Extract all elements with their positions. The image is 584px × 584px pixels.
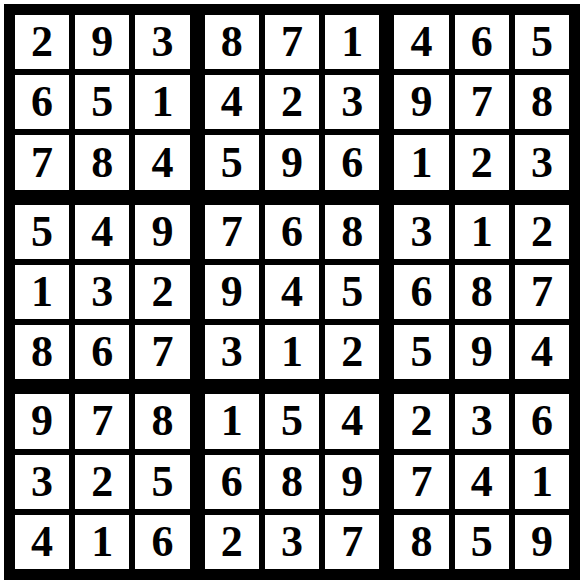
cell-r6c2[interactable]: 6 (75, 325, 129, 379)
cell-value: 1 (91, 520, 113, 564)
cell-value: 5 (471, 520, 493, 564)
cell-value: 6 (471, 20, 493, 64)
cell-value: 1 (221, 399, 243, 443)
cell-value: 8 (410, 520, 432, 564)
cell-r4c4[interactable]: 7 (205, 205, 259, 259)
cell-r7c2[interactable]: 7 (75, 394, 129, 448)
cell-r9c2[interactable]: 1 (75, 515, 129, 569)
cell-value: 8 (152, 399, 174, 443)
cell-r1c7[interactable]: 4 (394, 15, 448, 69)
box-separator-horizontal (15, 385, 569, 388)
cell-value: 3 (471, 399, 493, 443)
cell-r9c5[interactable]: 3 (265, 515, 319, 569)
cell-r8c7[interactable]: 7 (394, 455, 448, 509)
cell-value: 5 (531, 20, 553, 64)
cell-value: 6 (281, 210, 303, 254)
cell-value: 6 (152, 520, 174, 564)
cell-r3c3[interactable]: 4 (135, 135, 189, 189)
box-separator-vertical (385, 75, 388, 129)
cell-value: 2 (531, 210, 553, 254)
cell-r4c6[interactable]: 8 (325, 205, 379, 259)
cell-r7c8[interactable]: 3 (455, 394, 509, 448)
cell-value: 4 (152, 141, 174, 185)
cell-r1c5[interactable]: 7 (265, 15, 319, 69)
cell-value: 9 (152, 210, 174, 254)
cell-r1c2[interactable]: 9 (75, 15, 129, 69)
cell-value: 6 (31, 80, 53, 124)
cell-r1c1[interactable]: 2 (15, 15, 69, 69)
cell-value: 4 (471, 460, 493, 504)
cell-value: 4 (281, 270, 303, 314)
cell-r1c3[interactable]: 3 (135, 15, 189, 69)
cell-r8c9[interactable]: 1 (515, 455, 569, 509)
box-separator-vertical (196, 135, 199, 189)
cell-r6c4[interactable]: 3 (205, 325, 259, 379)
cell-r6c5[interactable]: 1 (265, 325, 319, 379)
cell-value: 4 (531, 330, 553, 374)
cell-value: 4 (31, 520, 53, 564)
cell-r4c1[interactable]: 5 (15, 205, 69, 259)
cell-r4c5[interactable]: 6 (265, 205, 319, 259)
cell-r6c8[interactable]: 9 (455, 325, 509, 379)
sudoku-board: 2938714656514239787845961235497683121329… (4, 4, 580, 580)
cell-r5c4[interactable]: 9 (205, 265, 259, 319)
cell-value: 2 (471, 141, 493, 185)
cell-r1c9[interactable]: 5 (515, 15, 569, 69)
cell-r7c6[interactable]: 4 (325, 394, 379, 448)
cell-r6c7[interactable]: 5 (394, 325, 448, 379)
box-separator-vertical (385, 135, 388, 189)
cell-value: 7 (471, 80, 493, 124)
cell-r1c4[interactable]: 8 (205, 15, 259, 69)
cell-value: 2 (221, 520, 243, 564)
cell-r3c8[interactable]: 2 (455, 135, 509, 189)
cell-r7c1[interactable]: 9 (15, 394, 69, 448)
cell-r5c1[interactable]: 1 (15, 265, 69, 319)
cell-r4c3[interactable]: 9 (135, 205, 189, 259)
cell-value: 6 (221, 460, 243, 504)
cell-value: 7 (281, 20, 303, 64)
cell-value: 8 (31, 330, 53, 374)
cell-value: 6 (341, 141, 363, 185)
box-separator-vertical (196, 15, 199, 69)
cell-value: 3 (152, 20, 174, 64)
cell-r2c5[interactable]: 2 (265, 75, 319, 129)
cell-r9c9[interactable]: 9 (515, 515, 569, 569)
cell-value: 2 (152, 270, 174, 314)
cell-value: 2 (281, 80, 303, 124)
cell-r3c9[interactable]: 3 (515, 135, 569, 189)
cell-value: 9 (221, 270, 243, 314)
cell-r9c8[interactable]: 5 (455, 515, 509, 569)
cell-r9c7[interactable]: 8 (394, 515, 448, 569)
cell-r3c2[interactable]: 8 (75, 135, 129, 189)
cell-value: 1 (152, 80, 174, 124)
box-separator-vertical (385, 515, 388, 569)
cell-r4c2[interactable]: 4 (75, 205, 129, 259)
box-separator-vertical (196, 205, 199, 259)
cell-value: 7 (341, 520, 363, 564)
box-separator-vertical (196, 325, 199, 379)
cell-r8c2[interactable]: 2 (75, 455, 129, 509)
cell-r1c6[interactable]: 1 (325, 15, 379, 69)
cell-r7c3[interactable]: 8 (135, 394, 189, 448)
cell-value: 5 (341, 270, 363, 314)
cell-r5c3[interactable]: 2 (135, 265, 189, 319)
cell-value: 4 (221, 80, 243, 124)
cell-r2c2[interactable]: 5 (75, 75, 129, 129)
cell-value: 3 (221, 330, 243, 374)
cell-value: 7 (531, 270, 553, 314)
cell-value: 7 (221, 210, 243, 254)
cell-value: 6 (410, 270, 432, 314)
cell-r5c9[interactable]: 7 (515, 265, 569, 319)
cell-value: 8 (341, 210, 363, 254)
cell-value: 3 (281, 520, 303, 564)
cell-value: 1 (471, 210, 493, 254)
box-separator-vertical (385, 325, 388, 379)
cell-r6c3[interactable]: 7 (135, 325, 189, 379)
box-separator-vertical (196, 455, 199, 509)
cell-value: 7 (152, 330, 174, 374)
cell-r3c1[interactable]: 7 (15, 135, 69, 189)
cell-r2c9[interactable]: 8 (515, 75, 569, 129)
cell-r9c4[interactable]: 2 (205, 515, 259, 569)
cell-value: 3 (341, 80, 363, 124)
cell-r2c8[interactable]: 7 (455, 75, 509, 129)
box-separator-vertical (385, 265, 388, 319)
cell-r7c5[interactable]: 5 (265, 394, 319, 448)
box-separator-vertical (196, 515, 199, 569)
cell-r3c7[interactable]: 1 (394, 135, 448, 189)
cell-r3c5[interactable]: 9 (265, 135, 319, 189)
cell-r8c6[interactable]: 9 (325, 455, 379, 509)
cell-value: 7 (410, 460, 432, 504)
cell-value: 4 (410, 20, 432, 64)
cell-r3c4[interactable]: 5 (205, 135, 259, 189)
cell-r7c7[interactable]: 2 (394, 394, 448, 448)
cell-r4c7[interactable]: 3 (394, 205, 448, 259)
cell-value: 2 (91, 460, 113, 504)
cell-r2c3[interactable]: 1 (135, 75, 189, 129)
box-separator-vertical (385, 205, 388, 259)
cell-value: 1 (31, 270, 53, 314)
cell-r9c3[interactable]: 6 (135, 515, 189, 569)
cell-value: 7 (31, 141, 53, 185)
cell-value: 5 (281, 399, 303, 443)
cell-r5c6[interactable]: 5 (325, 265, 379, 319)
cell-value: 7 (91, 399, 113, 443)
cell-value: 9 (471, 330, 493, 374)
cell-value: 6 (531, 399, 553, 443)
cell-r8c3[interactable]: 5 (135, 455, 189, 509)
box-separator-vertical (196, 265, 199, 319)
cell-value: 9 (531, 520, 553, 564)
cell-value: 8 (531, 80, 553, 124)
cell-r6c1[interactable]: 8 (15, 325, 69, 379)
cell-r6c6[interactable]: 2 (325, 325, 379, 379)
box-separator-horizontal (15, 196, 569, 199)
box-separator-vertical (385, 394, 388, 448)
cell-value: 3 (410, 210, 432, 254)
box-separator-vertical (385, 15, 388, 69)
cell-r2c7[interactable]: 9 (394, 75, 448, 129)
cell-r8c5[interactable]: 8 (265, 455, 319, 509)
cell-value: 8 (91, 141, 113, 185)
cell-value: 8 (221, 20, 243, 64)
cell-r4c8[interactable]: 1 (455, 205, 509, 259)
cell-r5c2[interactable]: 3 (75, 265, 129, 319)
cell-value: 1 (341, 20, 363, 64)
cell-value: 5 (91, 80, 113, 124)
cell-value: 5 (31, 210, 53, 254)
cell-r7c4[interactable]: 1 (205, 394, 259, 448)
cell-value: 9 (410, 80, 432, 124)
cell-value: 5 (410, 330, 432, 374)
cell-r7c9[interactable]: 6 (515, 394, 569, 448)
cell-r8c8[interactable]: 4 (455, 455, 509, 509)
box-separator-vertical (196, 394, 199, 448)
cell-value: 1 (410, 141, 432, 185)
cell-value: 1 (531, 460, 553, 504)
cell-r8c4[interactable]: 6 (205, 455, 259, 509)
cell-value: 9 (31, 399, 53, 443)
cell-r9c6[interactable]: 7 (325, 515, 379, 569)
cell-r8c1[interactable]: 3 (15, 455, 69, 509)
cell-value: 2 (410, 399, 432, 443)
cell-value: 9 (341, 460, 363, 504)
cell-value: 8 (281, 460, 303, 504)
cell-r1c8[interactable]: 6 (455, 15, 509, 69)
cell-value: 2 (341, 330, 363, 374)
cell-value: 3 (91, 270, 113, 314)
cell-value: 9 (281, 141, 303, 185)
box-separator-vertical (385, 455, 388, 509)
cell-value: 4 (91, 210, 113, 254)
cell-r2c4[interactable]: 4 (205, 75, 259, 129)
cell-r5c5[interactable]: 4 (265, 265, 319, 319)
cell-value: 6 (91, 330, 113, 374)
cell-r3c6[interactable]: 6 (325, 135, 379, 189)
cell-value: 4 (341, 399, 363, 443)
cell-r2c6[interactable]: 3 (325, 75, 379, 129)
cell-value: 3 (31, 460, 53, 504)
cell-value: 9 (91, 20, 113, 64)
box-separator-vertical (196, 75, 199, 129)
cell-r6c9[interactable]: 4 (515, 325, 569, 379)
cell-r9c1[interactable]: 4 (15, 515, 69, 569)
cell-value: 1 (281, 330, 303, 374)
cell-r5c7[interactable]: 6 (394, 265, 448, 319)
cell-value: 8 (471, 270, 493, 314)
cell-value: 3 (531, 141, 553, 185)
cell-r4c9[interactable]: 2 (515, 205, 569, 259)
cell-value: 2 (31, 20, 53, 64)
cell-value: 5 (221, 141, 243, 185)
cell-r5c8[interactable]: 8 (455, 265, 509, 319)
cell-r2c1[interactable]: 6 (15, 75, 69, 129)
cell-value: 5 (152, 460, 174, 504)
